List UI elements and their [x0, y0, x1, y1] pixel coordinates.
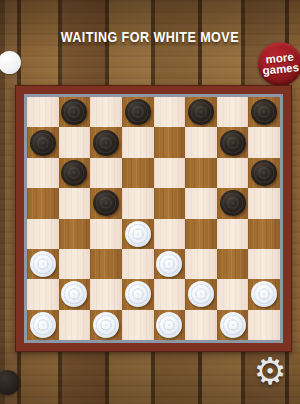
square-r3c3: [90, 158, 122, 188]
black-piece[interactable]: [61, 99, 87, 125]
square-r7c5: [154, 279, 186, 309]
status-message-text: WAITING FOR WHITE MOVE: [61, 29, 239, 46]
square-r1c3: [90, 97, 122, 127]
white-piece[interactable]: [30, 251, 56, 277]
white-piece[interactable]: [156, 312, 182, 338]
square-r1c7: [217, 97, 249, 127]
black-piece[interactable]: [188, 99, 214, 125]
square-r2c7[interactable]: [217, 127, 249, 157]
square-r8c8: [248, 310, 280, 340]
square-r7c3: [90, 279, 122, 309]
black-piece[interactable]: [251, 99, 277, 125]
square-r6c2: [59, 249, 91, 279]
checkers-app: { "game": "checkers", "title": "WAITING …: [0, 0, 300, 404]
white-piece[interactable]: [93, 312, 119, 338]
square-r2c4: [122, 127, 154, 157]
square-r4c2: [59, 188, 91, 218]
square-r8c2: [59, 310, 91, 340]
square-r4c7[interactable]: [217, 188, 249, 218]
square-r5c5: [154, 219, 186, 249]
square-r5c2[interactable]: [59, 219, 91, 249]
square-r4c6: [185, 188, 217, 218]
white-piece[interactable]: [251, 281, 277, 307]
square-r3c7: [217, 158, 249, 188]
square-r4c4: [122, 188, 154, 218]
square-r5c7: [217, 219, 249, 249]
square-r3c1: [27, 158, 59, 188]
square-r6c6: [185, 249, 217, 279]
square-r2c6: [185, 127, 217, 157]
square-r6c5[interactable]: [154, 249, 186, 279]
square-r4c8: [248, 188, 280, 218]
black-piece[interactable]: [93, 190, 119, 216]
square-r5c4[interactable]: [122, 219, 154, 249]
square-r7c8[interactable]: [248, 279, 280, 309]
square-r3c5: [154, 158, 186, 188]
white-piece[interactable]: [188, 281, 214, 307]
square-r2c2: [59, 127, 91, 157]
square-r5c8[interactable]: [248, 219, 280, 249]
square-r1c5: [154, 97, 186, 127]
white-piece[interactable]: [125, 221, 151, 247]
black-piece[interactable]: [251, 160, 277, 186]
square-r3c4[interactable]: [122, 158, 154, 188]
square-r8c4: [122, 310, 154, 340]
square-r7c2[interactable]: [59, 279, 91, 309]
square-r3c2[interactable]: [59, 158, 91, 188]
square-r4c3[interactable]: [90, 188, 122, 218]
board-inner-border: [24, 94, 283, 343]
square-r6c7[interactable]: [217, 249, 249, 279]
black-piece[interactable]: [93, 130, 119, 156]
square-r5c1: [27, 219, 59, 249]
square-r7c4[interactable]: [122, 279, 154, 309]
square-r6c3[interactable]: [90, 249, 122, 279]
square-r8c6: [185, 310, 217, 340]
square-r8c7[interactable]: [217, 310, 249, 340]
square-r6c4: [122, 249, 154, 279]
square-r7c6[interactable]: [185, 279, 217, 309]
black-piece[interactable]: [30, 130, 56, 156]
white-piece[interactable]: [61, 281, 87, 307]
board-frame: [15, 85, 292, 352]
square-r5c6[interactable]: [185, 219, 217, 249]
square-r2c1[interactable]: [27, 127, 59, 157]
square-r2c8: [248, 127, 280, 157]
square-r7c7: [217, 279, 249, 309]
square-r4c5[interactable]: [154, 188, 186, 218]
settings-gear-icon[interactable]: ⚙: [251, 352, 289, 392]
square-r3c6[interactable]: [185, 158, 217, 188]
black-piece[interactable]: [220, 130, 246, 156]
white-piece[interactable]: [30, 312, 56, 338]
square-r1c6[interactable]: [185, 97, 217, 127]
status-message: WAITING FOR WHITE MOVE: [0, 30, 300, 45]
square-r2c5[interactable]: [154, 127, 186, 157]
square-r4c1[interactable]: [27, 188, 59, 218]
black-piece[interactable]: [125, 99, 151, 125]
square-r6c1[interactable]: [27, 249, 59, 279]
board: [27, 97, 280, 340]
square-r1c1: [27, 97, 59, 127]
white-piece[interactable]: [125, 281, 151, 307]
square-r7c1: [27, 279, 59, 309]
square-r8c3[interactable]: [90, 310, 122, 340]
square-r1c8[interactable]: [248, 97, 280, 127]
more-games-button[interactable]: more games: [258, 42, 300, 86]
square-r8c1[interactable]: [27, 310, 59, 340]
white-piece[interactable]: [220, 312, 246, 338]
square-r1c2[interactable]: [59, 97, 91, 127]
square-r3c8[interactable]: [248, 158, 280, 188]
white-piece[interactable]: [156, 251, 182, 277]
square-r2c3[interactable]: [90, 127, 122, 157]
more-games-label: more games: [261, 51, 300, 77]
black-piece[interactable]: [61, 160, 87, 186]
square-r1c4[interactable]: [122, 97, 154, 127]
square-r6c8: [248, 249, 280, 279]
square-r8c5[interactable]: [154, 310, 186, 340]
black-piece[interactable]: [220, 190, 246, 216]
square-r5c3: [90, 219, 122, 249]
